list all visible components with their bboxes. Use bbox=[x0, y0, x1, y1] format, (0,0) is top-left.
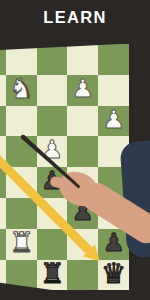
square-f6[interactable] bbox=[37, 106, 68, 137]
piece-black-pawn[interactable]: ♟ bbox=[67, 197, 98, 228]
square-g5[interactable] bbox=[67, 136, 98, 167]
square-e3[interactable] bbox=[6, 198, 37, 229]
square-h2[interactable]: ♟ bbox=[98, 229, 129, 260]
square-h1[interactable]: ♛ bbox=[98, 260, 129, 291]
square-e1[interactable] bbox=[6, 260, 37, 291]
square-g6[interactable] bbox=[67, 106, 98, 137]
piece-white-pawn[interactable]: ♟ bbox=[98, 105, 129, 136]
square-f4[interactable]: ♟ bbox=[37, 167, 68, 198]
square-e4[interactable] bbox=[6, 167, 37, 198]
square-f2[interactable] bbox=[37, 229, 68, 260]
app-screen: LEARN ♞♟♟♟♟♟♜♟♜♛ bbox=[0, 0, 150, 300]
square-e2[interactable]: ♜ bbox=[6, 229, 37, 260]
square-e6[interactable] bbox=[6, 106, 37, 137]
square-e7[interactable]: ♞ bbox=[6, 75, 37, 106]
square-h4[interactable] bbox=[98, 167, 129, 198]
page-title: LEARN bbox=[43, 8, 106, 27]
piece-black-rook[interactable]: ♜ bbox=[37, 259, 68, 290]
header-bar: LEARN bbox=[0, 0, 150, 44]
background-right bbox=[129, 0, 150, 300]
square-g2[interactable] bbox=[67, 229, 98, 260]
square-f1[interactable]: ♜ bbox=[37, 260, 68, 291]
square-h7[interactable] bbox=[98, 75, 129, 106]
square-f7[interactable] bbox=[37, 75, 68, 106]
piece-black-pawn[interactable]: ♟ bbox=[37, 166, 68, 197]
square-e8[interactable] bbox=[6, 44, 37, 75]
piece-black-queen[interactable]: ♛ bbox=[98, 259, 129, 290]
square-g7[interactable]: ♟ bbox=[67, 75, 98, 106]
square-g1[interactable] bbox=[67, 260, 98, 291]
square-h5[interactable] bbox=[98, 136, 129, 167]
square-g4[interactable] bbox=[67, 167, 98, 198]
square-g3[interactable]: ♟ bbox=[67, 198, 98, 229]
piece-white-pawn[interactable]: ♟ bbox=[37, 135, 68, 166]
square-h3[interactable] bbox=[98, 198, 129, 229]
square-f3[interactable] bbox=[37, 198, 68, 229]
square-e5[interactable] bbox=[6, 136, 37, 167]
square-h6[interactable]: ♟ bbox=[98, 106, 129, 137]
chess-board[interactable]: ♞♟♟♟♟♟♜♟♜♛ bbox=[0, 44, 129, 290]
piece-white-knight[interactable]: ♞ bbox=[6, 74, 37, 105]
piece-white-pawn[interactable]: ♟ bbox=[67, 74, 98, 105]
square-g8[interactable] bbox=[67, 44, 98, 75]
piece-white-rook[interactable]: ♜ bbox=[6, 228, 37, 259]
square-h8[interactable] bbox=[98, 44, 129, 75]
square-f8[interactable] bbox=[37, 44, 68, 75]
piece-black-pawn[interactable]: ♟ bbox=[98, 228, 129, 259]
square-f5[interactable]: ♟ bbox=[37, 136, 68, 167]
